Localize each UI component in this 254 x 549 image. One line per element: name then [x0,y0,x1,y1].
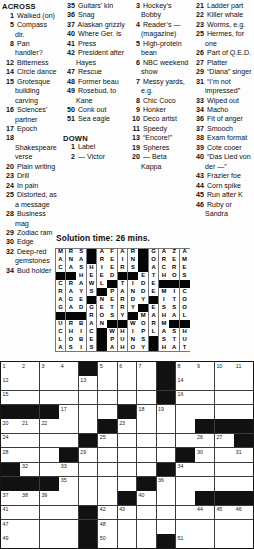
solution-letter-cell: E [87,336,97,343]
puzzle-cell[interactable]: 10 [215,362,234,376]
solution-letter-cell: R [118,296,128,303]
clue-down-23: 23 Worms, e.g. [192,21,252,30]
solution-letter-cell: N [66,256,76,263]
black-cell [66,312,76,319]
solution-letter-cell: O [97,312,107,319]
solution-letter-cell: O [138,320,148,327]
clue-number: 1 [63,143,76,152]
black-cell [180,320,190,327]
solution-letter-cell: S [76,249,86,256]
black-cell [20,477,39,491]
puzzle-cell[interactable]: 7 [137,362,156,376]
solution-grid: MRSAFARGAZAANAREINOREMCASHIERSACREHEEDET… [55,248,190,352]
clue-text: High-protein bean [141,40,182,57]
puzzle-cell[interactable]: 50 [98,534,117,548]
solution-letter-cell: T [107,304,117,311]
solution-letter-cell: H [87,264,97,271]
solution-letter-cell: A [56,256,66,263]
clue-text: Killer whale [205,11,243,19]
puzzle-cell[interactable] [215,477,234,491]
cell-number: 34 [178,463,184,469]
clue-number: 43 [192,172,205,181]
clue-across-16: 16 Sciences’ partner [2,106,57,125]
clue-text: Speedy [141,125,167,133]
puzzle-cell[interactable]: 45 [215,506,234,520]
puzzle-cell[interactable] [118,376,137,390]
puzzle-cell[interactable] [59,391,78,405]
puzzle-cell[interactable]: 27 [215,434,234,448]
clue-down-6: 6 NBC weekend show [128,59,189,78]
solution-letter-cell: C [56,280,66,287]
puzzle-cell[interactable] [118,534,137,548]
solution-letter-cell: E [107,256,117,263]
clue-number: 20 [2,163,15,172]
clue-down-40: 40 “Das Lied von der —” [192,153,252,172]
clue-text: Ruby or Sandra [205,201,232,218]
puzzle-cell[interactable] [234,391,253,405]
solution-letter-cell: A [56,344,66,351]
puzzle-cell[interactable] [176,405,195,419]
black-cell [215,419,234,433]
solution-letter-cell: S [87,344,97,351]
solution-letter-cell: R [66,320,76,327]
puzzle-cell[interactable] [20,391,39,405]
puzzle-cell[interactable] [176,477,195,491]
clue-number: 50 [63,106,76,115]
black-cell [137,477,156,491]
cell-number: 3 [41,363,44,369]
solution-letter-cell: R [87,312,97,319]
solution-letter-cell: R [149,320,159,327]
clue-text: — Beta Kappa [141,153,167,170]
puzzle-cell[interactable] [137,376,156,390]
puzzle-cell[interactable] [98,448,117,462]
clue-number: 3 [128,2,141,11]
puzzle-cell[interactable]: 24 [1,434,20,448]
puzzle-cell[interactable]: 14 [176,376,195,390]
puzzle-cell[interactable] [20,448,39,462]
solution-letter-cell: R [56,288,66,295]
solution-letter-cell: N [97,320,107,327]
cell-number: 9 [197,363,200,369]
clue-across-29: 29 Zodiac ram [2,229,57,238]
clue-text: Cote cooer [205,144,242,152]
cell-number: 46 [236,506,242,512]
puzzle-cell[interactable] [215,448,234,462]
clue-down-38: 38 Exam format [192,134,252,143]
puzzle-cell[interactable] [234,477,253,491]
solution-letter-cell: A [107,344,117,351]
cell-number: 33 [61,463,67,469]
cell-number: 13 [80,377,86,383]
solution-letter-cell: R [118,264,128,271]
black-cell [176,448,195,462]
puzzle-cell[interactable]: 40 [137,491,156,505]
puzzle-cell[interactable] [176,506,195,520]
puzzle-cell[interactable] [215,534,234,548]
crossword-page: { "game": "crossword (Eugene Sheffer sty… [0,0,254,549]
puzzle-cell[interactable] [137,448,156,462]
puzzle-cell[interactable] [137,419,156,433]
puzzle-cell[interactable]: 13 [79,376,98,390]
puzzle-cell[interactable] [118,520,137,534]
puzzle-cell[interactable]: 5 [98,362,117,376]
puzzle-cell[interactable]: 35 [59,477,78,491]
cell-number: 23 [119,420,125,426]
clue-number: 19 [128,144,141,153]
black-cell [169,320,179,327]
clue-number: 46 [192,201,205,210]
clue-text: Pan handler? [15,40,43,57]
clue-text: — Victor [76,153,105,161]
solution-letter-cell: A [180,249,190,256]
clue-text: Wiped out [205,97,239,105]
clue-text: Grotesque building carving [15,78,50,105]
puzzle-cell[interactable] [157,520,176,534]
cell-number: 7 [139,363,142,369]
puzzle-cell[interactable]: 4 [59,362,78,376]
puzzle-cell[interactable]: 47 [1,520,20,534]
puzzle-cell[interactable] [40,434,59,448]
puzzle-cell[interactable]: 16 [176,391,195,405]
puzzle-cell[interactable] [20,506,39,520]
puzzle-cell[interactable]: 22 [40,419,59,433]
solution-letter-cell: M [159,320,169,327]
puzzle-cell[interactable]: 36 [157,477,176,491]
black-cell [215,491,234,505]
cell-number: 43 [119,506,125,512]
solution-letter-cell: E [107,296,117,303]
black-cell [79,362,98,376]
solution-letter-cell: C [56,264,66,271]
puzzle-cell[interactable]: 37 [1,491,20,505]
puzzle-cell[interactable]: 49 [1,534,20,548]
puzzle-cell[interactable] [215,463,234,477]
puzzle-cell[interactable]: 25 [98,434,117,448]
clue-text: Exam format [205,134,247,142]
puzzle-cell[interactable] [195,391,214,405]
solution-letter-cell: O [149,256,159,263]
solution-letter-cell: A [169,312,179,319]
puzzle-cell[interactable] [40,534,59,548]
puzzle-cell[interactable]: 3 [40,362,59,376]
puzzle-cell[interactable] [137,391,156,405]
puzzle-cell[interactable]: 32 [20,463,39,477]
puzzle-cell[interactable] [234,534,253,548]
puzzle-cell[interactable]: 38 [20,491,39,505]
clue-number: 37 [192,125,205,134]
clue-across-32: 32 Deep-red gemstones [2,248,57,267]
puzzle-cell[interactable] [59,434,78,448]
black-cell [234,419,253,433]
puzzle-cell[interactable] [59,506,78,520]
solution-letter-cell: A [97,249,107,256]
clue-across-49: 49 Rosebud, to Kane [63,87,125,106]
solution-letter-cell: E [169,256,179,263]
puzzle-cell[interactable] [234,376,253,390]
black-cell [118,272,128,279]
solution-letter-cell: E [180,264,190,271]
puzzle-cell[interactable] [118,448,137,462]
puzzle-cell[interactable]: 19 [157,405,176,419]
puzzle-cell[interactable]: 33 [59,463,78,477]
puzzle-cell[interactable] [195,376,214,390]
puzzle-cell[interactable] [98,477,117,491]
black-cell [97,336,107,343]
puzzle-cell[interactable] [195,463,214,477]
black-cell [149,296,159,303]
puzzle-cell[interactable]: 1 [1,362,20,376]
puzzle-cell[interactable] [215,376,234,390]
puzzle-cell[interactable] [195,534,214,548]
puzzle-cell[interactable]: 48 [98,520,117,534]
puzzle-cell[interactable]: 42 [98,506,117,520]
puzzle-cell[interactable] [40,520,59,534]
solution-letter-cell: T [118,280,128,287]
cell-number: 38 [22,492,28,498]
black-cell [138,249,148,256]
solution-letter-cell: R [66,249,76,256]
solution-letter-cell: B [76,320,86,327]
puzzle-cell[interactable] [40,391,59,405]
puzzle-cell[interactable]: 17 [59,405,78,419]
puzzle-cell[interactable] [195,405,214,419]
puzzle-cell[interactable]: 26 [195,434,214,448]
cell-number: 21 [22,420,28,426]
puzzle-cell[interactable] [20,520,39,534]
puzzle-cell[interactable]: 6 [118,362,137,376]
puzzle-cell[interactable] [137,520,156,534]
solution-letter-cell: Z [169,249,179,256]
puzzle-cell[interactable]: 2 [20,362,39,376]
cell-number: 50 [100,535,106,541]
puzzle-cell[interactable]: 28 [1,448,20,462]
clue-number: 29 [2,229,15,238]
clue-down-46: 46 Ruby or Sandra [192,201,252,220]
clue-down-7: 7 Messy yards, e.g. [128,78,189,97]
clue-number: 5 [128,40,141,49]
clue-text: Shakespeare verse [15,144,57,161]
black-cell [138,304,148,311]
puzzle-cell[interactable] [176,434,195,448]
puzzle-cell[interactable] [79,477,98,491]
clues-column-2: 35 Guitars’ kin36 Snag37 Alaskan grizzly… [63,2,125,162]
cell-number: 1 [3,363,6,369]
puzzle-cell[interactable] [118,463,137,477]
cell-number: 11 [236,363,242,369]
puzzle-cell[interactable] [98,376,117,390]
clue-text: Run after K [205,191,243,199]
clue-text: “I’m not impressed” [205,78,240,95]
clue-text: Guitars’ kin [76,2,113,10]
clue-number: 12 [2,59,15,68]
solution-letter-cell: E [87,272,97,279]
puzzle-cell[interactable] [59,376,78,390]
puzzle-cell[interactable]: 43 [118,506,137,520]
puzzle-cell[interactable]: 29 [79,448,98,462]
solution-letter-cell: H [180,328,190,335]
clue-number: 24 [2,182,15,191]
puzzle-cell[interactable]: 51 [176,534,195,548]
clue-text: Hermes, for one [205,30,244,47]
puzzle-cell[interactable] [195,477,214,491]
solution-letter-cell: A [159,328,169,335]
solution-letter-cell: I [128,328,138,335]
puzzle-cell[interactable] [79,391,98,405]
puzzle-cell[interactable] [137,534,156,548]
solution-letter-cell: E [107,264,117,271]
puzzle-cell[interactable]: 34 [176,463,195,477]
puzzle-cell[interactable] [118,477,137,491]
puzzle-cell[interactable]: 46 [234,506,253,520]
puzzle-cell[interactable] [40,448,59,462]
puzzle-cell[interactable] [79,491,98,505]
puzzle-cell[interactable] [98,491,117,505]
puzzle-cell[interactable] [20,376,39,390]
clue-down-34: 34 Macho [192,106,252,115]
solution-letter-cell: S [169,304,179,311]
puzzle-cell[interactable]: 31 [234,448,253,462]
puzzle-cell[interactable] [234,405,253,419]
puzzle-cell[interactable]: 11 [234,362,253,376]
clue-text: Edge [15,238,34,246]
clue-text: Where Ger. is [76,30,121,38]
puzzle-cell[interactable] [59,491,78,505]
puzzle-cell[interactable] [59,534,78,548]
black-cell [159,280,169,287]
puzzle-cell[interactable] [157,419,176,433]
solution-letter-cell: S [107,312,117,319]
puzzle-cell[interactable] [137,463,156,477]
puzzle-cell[interactable] [215,405,234,419]
solution-letter-cell: G [87,304,97,311]
clue-across-50: 50 Conk out [63,106,125,115]
solution-letter-cell: E [149,280,159,287]
puzzle-cell[interactable] [215,520,234,534]
puzzle-cell[interactable] [176,491,195,505]
puzzle-cell[interactable] [118,434,137,448]
puzzle-cell[interactable] [176,520,195,534]
puzzle-cell[interactable] [59,520,78,534]
puzzle-cell[interactable] [195,520,214,534]
cell-number: 22 [41,420,47,426]
clue-number: 5 [2,21,15,30]
down-clues-column-3: 21 Ladder part22 Killer whale23 Worms, e… [192,2,252,219]
puzzle-cell[interactable] [234,463,253,477]
puzzle-cell[interactable]: 41 [1,506,20,520]
black-cell [157,391,176,405]
puzzle-cell[interactable] [98,463,117,477]
puzzle-cell[interactable] [215,391,234,405]
solution-letter-cell: S [76,264,86,271]
solution-letter-cell: A [118,288,128,295]
clue-number: 23 [192,21,205,30]
puzzle-cell[interactable] [157,491,176,505]
solution-letter-cell: N [97,296,107,303]
cell-number: 17 [61,406,67,412]
clue-down-11: 11 Speedy [128,125,189,134]
down-header: DOWN [63,134,125,144]
solution-letter-cell: I [76,344,86,351]
puzzle-cell[interactable] [79,405,98,419]
puzzle-cell[interactable] [40,376,59,390]
puzzle-cell[interactable] [79,463,98,477]
puzzle-cell[interactable] [157,448,176,462]
puzzle-cell[interactable] [137,434,156,448]
solution-letter-cell: H [76,272,86,279]
solution-letter-cell: Y [138,344,148,351]
solution-letter-cell: I [128,280,138,287]
cell-number: 4 [61,363,64,369]
clue-number: 18 [2,134,15,143]
solution-letter-cell: M [180,256,190,263]
puzzle-cell[interactable]: 8 [176,362,195,376]
solution-letter-cell: A [149,264,159,271]
solution-letter-cell: O [180,304,190,311]
clue-down-31: 31 “I’m not impressed” [192,78,252,97]
puzzle-cell[interactable]: 18 [137,405,156,419]
solution-letter-cell: S [159,304,169,311]
puzzle-cell[interactable]: 12 [1,376,20,390]
puzzle-cell[interactable]: 30 [195,448,214,462]
black-cell [97,328,107,335]
puzzle-cell[interactable]: 15 [1,391,20,405]
black-cell [128,272,138,279]
clue-number: 1 [2,12,15,21]
puzzle-cell[interactable] [59,419,78,433]
puzzle-cell[interactable]: 44 [195,506,214,520]
black-cell [79,434,98,448]
black-cell [138,264,148,271]
puzzle-cell[interactable] [20,434,39,448]
puzzle-cell[interactable] [137,506,156,520]
puzzle-cell[interactable] [98,391,117,405]
puzzle-cell[interactable]: 23 [118,419,137,433]
clue-number: 9 [128,106,141,115]
black-cell [97,344,107,351]
black-cell [138,256,148,263]
puzzle-cell[interactable] [157,506,176,520]
clue-number: 20 [128,153,141,162]
clue-across-23: 23 Drill [2,172,57,181]
clue-across-37: 37 Alaskan grizzly [63,21,125,30]
puzzle-cell[interactable] [176,419,195,433]
puzzle-cell[interactable]: 39 [40,491,59,505]
puzzle-cell[interactable] [118,391,137,405]
clue-number: 41 [63,40,76,49]
solution-letter-cell: R [169,264,179,271]
puzzle-cell[interactable] [20,534,39,548]
clue-across-35: 35 Guitars’ kin [63,2,125,11]
black-cell [79,534,98,548]
puzzle-cell[interactable]: 20 [1,419,20,433]
clue-text: Platter [205,59,227,67]
solution-letter-cell: I [76,328,86,335]
cell-number: 8 [178,363,181,369]
black-cell [87,296,97,303]
puzzle-cell[interactable]: 9 [195,362,214,376]
puzzle-cell[interactable] [234,520,253,534]
clue-text: Hockey’s Bobby [141,2,172,19]
clue-text: Epoch [15,125,37,133]
puzzle-cell[interactable] [40,506,59,520]
puzzle-cell[interactable] [79,419,98,433]
puzzle-cell[interactable] [98,405,117,419]
puzzle-cell[interactable] [157,434,176,448]
clue-down-8: 8 Chic Coco [128,97,189,106]
puzzle-cell[interactable]: 21 [20,419,39,433]
puzzle-cell[interactable] [40,463,59,477]
